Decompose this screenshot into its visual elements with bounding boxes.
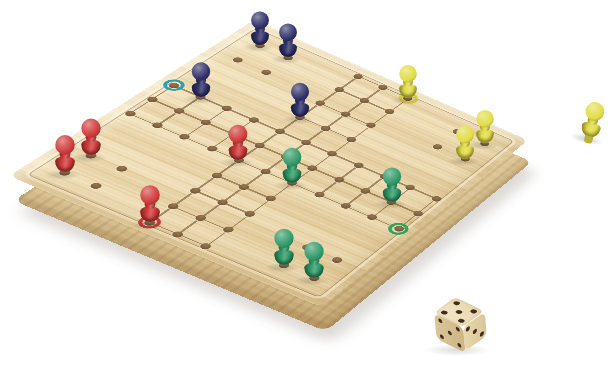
die-pip: [457, 342, 462, 349]
peg-head-ball: [283, 148, 302, 167]
peg-head-ball: [274, 228, 293, 247]
die-pip: [440, 310, 448, 315]
peg-head-ball: [55, 135, 75, 155]
peg-yellow[interactable]: [396, 65, 421, 102]
peg-head-ball: [456, 125, 474, 143]
peg-head-ball: [140, 186, 160, 206]
peg-head-ball: [191, 62, 209, 80]
peg-head-ball: [382, 168, 400, 186]
die-pip: [473, 328, 477, 335]
peg-green[interactable]: [378, 168, 404, 207]
peg-red[interactable]: [136, 186, 164, 227]
peg-red[interactable]: [77, 119, 105, 160]
die-pip: [447, 330, 452, 337]
peg-green[interactable]: [270, 228, 298, 269]
die-pip: [439, 333, 444, 340]
die-pip: [457, 319, 465, 324]
peg-head-ball: [229, 125, 248, 144]
peg-blue[interactable]: [187, 62, 214, 101]
peg-head-ball: [251, 12, 269, 30]
peg-red[interactable]: [51, 135, 79, 176]
peg-head-ball: [81, 119, 100, 138]
photo-scene: [0, 0, 610, 366]
die-pip: [438, 318, 443, 325]
peg-green[interactable]: [300, 241, 328, 282]
peg-green[interactable]: [279, 148, 306, 187]
peg-blue[interactable]: [247, 12, 273, 50]
peg-blue[interactable]: [275, 24, 301, 62]
peg-head-ball: [279, 24, 297, 42]
peg-head-ball: [476, 110, 494, 128]
peg-head-ball: [291, 83, 309, 101]
die-pip: [480, 331, 484, 338]
die-pip: [455, 310, 463, 315]
peg-yellow-off-board[interactable]: [575, 99, 610, 144]
die-pip: [466, 325, 470, 332]
peg-yellow[interactable]: [452, 125, 478, 162]
die-pip: [470, 309, 478, 314]
peg-red[interactable]: [225, 125, 252, 164]
die[interactable]: [426, 291, 490, 359]
peg-head-ball: [305, 241, 324, 260]
die-pip: [455, 326, 460, 333]
die-pip: [453, 301, 461, 306]
peg-blue[interactable]: [287, 83, 313, 121]
peg-head-ball: [400, 65, 418, 83]
